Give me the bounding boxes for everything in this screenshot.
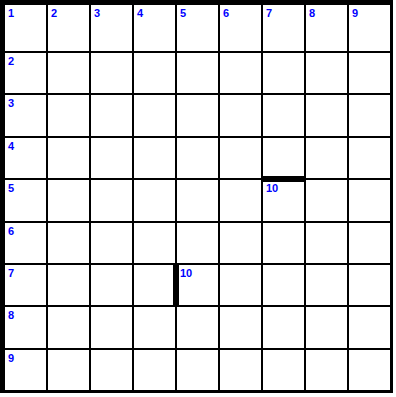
grid-cell-r3c5[interactable] [177,95,218,135]
clue-number: 3 [94,7,100,19]
grid-cell-r4c4[interactable] [134,138,175,178]
grid-cell-r3c2[interactable] [48,95,89,135]
bar-top-icon [261,176,306,182]
grid-cell-r9c1[interactable]: 9 [5,350,46,390]
grid-cell-r7c3[interactable] [91,265,132,305]
grid-cell-r6c7[interactable] [263,223,304,263]
grid-cell-r3c6[interactable] [220,95,261,135]
grid-cell-r5c6[interactable] [220,180,261,220]
clue-number: 4 [137,7,143,19]
grid-cell-r1c3[interactable]: 3 [91,5,132,51]
clue-number: 3 [8,97,14,109]
grid-cell-r8c4[interactable] [134,307,175,347]
grid-cell-r2c8[interactable] [306,53,347,93]
grid-cell-r4c9[interactable] [349,138,390,178]
clue-number: 9 [8,352,14,364]
grid-cell-r6c4[interactable] [134,223,175,263]
grid-cell-r4c7[interactable] [263,138,304,178]
grid-cell-r5c3[interactable] [91,180,132,220]
grid-cell-r1c7[interactable]: 7 [263,5,304,51]
grid-cell-r8c8[interactable] [306,307,347,347]
clue-number: 2 [51,7,57,19]
grid-cell-r6c3[interactable] [91,223,132,263]
grid-cell-r1c6[interactable]: 6 [220,5,261,51]
grid-cell-r8c6[interactable] [220,307,261,347]
grid-cell-r3c7[interactable] [263,95,304,135]
clue-number: 2 [8,55,14,67]
grid-cell-r9c9[interactable] [349,350,390,390]
grid-cell-r4c6[interactable] [220,138,261,178]
grid-cell-r2c6[interactable] [220,53,261,93]
grid-cell-r9c2[interactable] [48,350,89,390]
clue-number: 8 [8,309,14,321]
crossword-grid: 123456789234510671089 [5,5,390,390]
grid-cell-r2c7[interactable] [263,53,304,93]
grid-cell-r1c8[interactable]: 8 [306,5,347,51]
grid-cell-r4c3[interactable] [91,138,132,178]
clue-number: 10 [180,267,192,279]
grid-cell-r5c2[interactable] [48,180,89,220]
grid-cell-r3c3[interactable] [91,95,132,135]
grid-cell-r6c8[interactable] [306,223,347,263]
grid-cell-r4c8[interactable] [306,138,347,178]
grid-cell-r4c1[interactable]: 4 [5,138,46,178]
bar-left-icon [173,263,179,307]
grid-cell-r9c6[interactable] [220,350,261,390]
grid-cell-r7c9[interactable] [349,265,390,305]
grid-cell-r8c2[interactable] [48,307,89,347]
grid-cell-r3c9[interactable] [349,95,390,135]
grid-cell-r2c5[interactable] [177,53,218,93]
grid-cell-r5c8[interactable] [306,180,347,220]
clue-number: 8 [309,7,315,19]
clue-number: 5 [8,182,14,194]
grid-cell-r7c1[interactable]: 7 [5,265,46,305]
grid-cell-r1c1[interactable]: 1 [5,5,46,51]
grid-cell-r5c5[interactable] [177,180,218,220]
clue-number: 7 [8,267,14,279]
grid-cell-r6c9[interactable] [349,223,390,263]
grid-cell-r9c3[interactable] [91,350,132,390]
grid-cell-r8c7[interactable] [263,307,304,347]
grid-cell-r5c9[interactable] [349,180,390,220]
grid-cell-r2c3[interactable] [91,53,132,93]
grid-cell-r2c4[interactable] [134,53,175,93]
clue-number: 7 [266,7,272,19]
grid-cell-r9c4[interactable] [134,350,175,390]
grid-cell-r5c4[interactable] [134,180,175,220]
grid-cell-r3c4[interactable] [134,95,175,135]
grid-cell-r6c5[interactable] [177,223,218,263]
grid-cell-r6c6[interactable] [220,223,261,263]
clue-number: 4 [8,140,14,152]
grid-cell-r7c6[interactable] [220,265,261,305]
grid-cell-r7c7[interactable] [263,265,304,305]
crossword-grid-frame: 123456789234510671089 [0,0,393,393]
clue-number: 6 [8,225,14,237]
grid-cell-r1c9[interactable]: 9 [349,5,390,51]
grid-cell-r4c5[interactable] [177,138,218,178]
grid-cell-r5c1[interactable]: 5 [5,180,46,220]
grid-cell-r1c4[interactable]: 4 [134,5,175,51]
grid-cell-r3c8[interactable] [306,95,347,135]
crossword-editor-canvas: 123456789234510671089 [0,0,396,397]
grid-cell-r9c5[interactable] [177,350,218,390]
grid-cell-r6c2[interactable] [48,223,89,263]
grid-cell-r6c1[interactable]: 6 [5,223,46,263]
grid-cell-r2c9[interactable] [349,53,390,93]
grid-cell-r7c8[interactable] [306,265,347,305]
grid-cell-r8c3[interactable] [91,307,132,347]
grid-cell-r2c2[interactable] [48,53,89,93]
grid-cell-r4c2[interactable] [48,138,89,178]
grid-cell-r9c8[interactable] [306,350,347,390]
grid-cell-r2c1[interactable]: 2 [5,53,46,93]
grid-cell-r5c7[interactable]: 10 [263,180,304,220]
clue-number: 1 [8,7,14,19]
grid-cell-r1c5[interactable]: 5 [177,5,218,51]
grid-cell-r8c5[interactable] [177,307,218,347]
grid-cell-r9c7[interactable] [263,350,304,390]
grid-cell-r7c2[interactable] [48,265,89,305]
grid-cell-r1c2[interactable]: 2 [48,5,89,51]
clue-number: 9 [352,7,358,19]
grid-cell-r3c1[interactable]: 3 [5,95,46,135]
grid-cell-r8c1[interactable]: 8 [5,307,46,347]
grid-cell-r7c4[interactable] [134,265,175,305]
grid-cell-r8c9[interactable] [349,307,390,347]
clue-number: 6 [223,7,229,19]
clue-number: 5 [180,7,186,19]
clue-number: 10 [266,182,278,194]
grid-cell-r7c5[interactable]: 10 [177,265,218,305]
